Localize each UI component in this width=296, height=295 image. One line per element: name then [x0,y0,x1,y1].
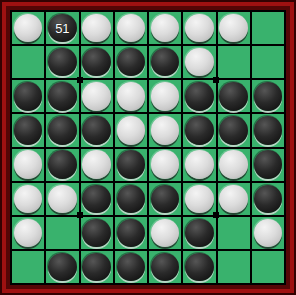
cell-a3[interactable] [12,80,44,112]
disc-black [48,82,76,110]
cell-h7[interactable] [252,217,284,249]
cell-g2[interactable] [218,46,250,78]
disc-black: 51 [48,14,76,42]
cell-h8[interactable] [252,251,284,283]
disc-white [219,150,247,178]
cell-e7[interactable] [149,217,181,249]
cell-c1[interactable] [81,12,113,44]
cell-b5[interactable] [46,149,78,181]
cell-f6[interactable] [183,183,215,215]
disc-black [48,150,76,178]
disc-black [219,116,247,144]
cell-g7[interactable] [218,217,250,249]
disc-white [14,150,42,178]
disc-white [151,116,179,144]
disc-black [14,82,42,110]
disc-black [82,253,110,281]
cell-h2[interactable] [252,46,284,78]
cell-d4[interactable] [115,114,147,146]
last-move-number-label: 51 [48,14,76,42]
cell-c6[interactable] [81,183,113,215]
disc-black [117,48,145,76]
disc-black [185,116,213,144]
disc-black [117,185,145,213]
disc-black [82,116,110,144]
disc-white [219,14,247,42]
cell-e8[interactable] [149,251,181,283]
cell-c7[interactable] [81,217,113,249]
disc-black [48,116,76,144]
cell-b2[interactable] [46,46,78,78]
cell-g8[interactable] [218,251,250,283]
disc-black [82,219,110,247]
disc-black [254,185,282,213]
disc-white [14,14,42,42]
disc-black [82,48,110,76]
othello-game-window: 51 [0,0,296,295]
cell-c8[interactable] [81,251,113,283]
disc-black [117,219,145,247]
cell-b7[interactable] [46,217,78,249]
disc-black [14,116,42,144]
board-frame-outer-edge: 51 [0,0,296,295]
disc-black [254,82,282,110]
cell-a5[interactable] [12,149,44,181]
cell-h5[interactable] [252,149,284,181]
cell-g5[interactable] [218,149,250,181]
board-frame-bright-ridge: 51 [2,2,294,293]
cell-f7[interactable] [183,217,215,249]
disc-white [185,150,213,178]
cell-d8[interactable] [115,251,147,283]
cell-g6[interactable] [218,183,250,215]
disc-black [151,185,179,213]
disc-white [14,219,42,247]
cell-d6[interactable] [115,183,147,215]
cell-f2[interactable] [183,46,215,78]
disc-black [117,150,145,178]
disc-white [14,185,42,213]
cell-g3[interactable] [218,80,250,112]
disc-black [151,48,179,76]
cell-a8[interactable] [12,251,44,283]
cell-c2[interactable] [81,46,113,78]
cell-f1[interactable] [183,12,215,44]
cell-d3[interactable] [115,80,147,112]
star-point-dot [213,77,219,83]
star-point-dot [77,77,83,83]
disc-white [151,82,179,110]
cell-a6[interactable] [12,183,44,215]
disc-black [219,82,247,110]
cell-e4[interactable] [149,114,181,146]
cell-h4[interactable] [252,114,284,146]
disc-white [219,185,247,213]
cell-f5[interactable] [183,149,215,181]
disc-white [117,116,145,144]
disc-black [82,185,110,213]
disc-black [254,150,282,178]
cell-f8[interactable] [183,251,215,283]
board-frame-dark-inner: 51 [6,6,290,289]
cell-f4[interactable] [183,114,215,146]
board-border-line: 51 [10,10,286,285]
disc-white [185,14,213,42]
cell-b1[interactable]: 51 [46,12,78,44]
star-point-dot [213,212,219,218]
disc-white [254,219,282,247]
cell-a4[interactable] [12,114,44,146]
cell-g4[interactable] [218,114,250,146]
cell-f3[interactable] [183,80,215,112]
cell-c4[interactable] [81,114,113,146]
disc-black [185,82,213,110]
cell-b8[interactable] [46,251,78,283]
disc-white [82,150,110,178]
disc-white [117,14,145,42]
cell-a2[interactable] [12,46,44,78]
cell-e3[interactable] [149,80,181,112]
disc-black [117,253,145,281]
disc-white [82,14,110,42]
disc-white [185,48,213,76]
disc-white [117,82,145,110]
cell-e5[interactable] [149,149,181,181]
cell-e6[interactable] [149,183,181,215]
disc-white [48,185,76,213]
disc-white [151,14,179,42]
cell-h3[interactable] [252,80,284,112]
cell-c3[interactable] [81,80,113,112]
star-point-dot [77,212,83,218]
cell-g1[interactable] [218,12,250,44]
cell-d1[interactable] [115,12,147,44]
cell-h1[interactable] [252,12,284,44]
disc-black [254,116,282,144]
cell-e1[interactable] [149,12,181,44]
cell-b6[interactable] [46,183,78,215]
disc-black [185,253,213,281]
disc-black [151,253,179,281]
cell-d2[interactable] [115,46,147,78]
cell-d7[interactable] [115,217,147,249]
disc-black [48,253,76,281]
cell-e2[interactable] [149,46,181,78]
cell-h6[interactable] [252,183,284,215]
cell-b4[interactable] [46,114,78,146]
disc-white [151,150,179,178]
disc-white [82,82,110,110]
cell-c5[interactable] [81,149,113,181]
othello-board: 51 [12,12,284,283]
disc-white [151,219,179,247]
cell-a1[interactable] [12,12,44,44]
cell-d5[interactable] [115,149,147,181]
cell-a7[interactable] [12,217,44,249]
disc-black [185,219,213,247]
disc-black [48,48,76,76]
disc-white [185,185,213,213]
cell-b3[interactable] [46,80,78,112]
